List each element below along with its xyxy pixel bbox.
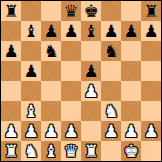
square-b1[interactable]: ♞ <box>21 141 41 161</box>
square-a2[interactable]: ♟ <box>1 121 21 141</box>
piece-black-rook[interactable]: ♜ <box>3 1 18 21</box>
square-a6[interactable]: ♟ <box>1 41 21 61</box>
piece-black-pawn[interactable]: ♟ <box>63 21 78 41</box>
square-a8[interactable]: ♜ <box>1 1 21 21</box>
square-b3[interactable]: ♝ <box>21 101 41 121</box>
piece-black-pawn[interactable]: ♟ <box>43 21 58 41</box>
piece-black-pawn[interactable]: ♟ <box>23 61 38 81</box>
piece-black-bishop[interactable]: ♝ <box>23 21 38 41</box>
square-h8[interactable]: ♜ <box>141 1 161 21</box>
piece-black-pawn[interactable]: ♟ <box>123 21 138 41</box>
square-b5[interactable]: ♟ <box>21 61 41 81</box>
square-d2[interactable]: ♟ <box>61 121 81 141</box>
square-d8[interactable]: ♛ <box>61 1 81 21</box>
square-f4[interactable] <box>101 81 121 101</box>
piece-black-queen[interactable]: ♛ <box>63 1 78 21</box>
piece-black-pawn[interactable]: ♟ <box>103 21 118 41</box>
square-d5[interactable] <box>61 61 81 81</box>
square-f5[interactable] <box>101 61 121 81</box>
square-e4[interactable]: ♟ <box>81 81 101 101</box>
square-g2[interactable]: ♟ <box>121 121 141 141</box>
square-e8[interactable]: ♚ <box>81 1 101 21</box>
square-f2[interactable]: ♟ <box>101 121 121 141</box>
square-c2[interactable]: ♟ <box>41 121 61 141</box>
piece-white-pawn[interactable]: ♟ <box>143 121 158 141</box>
piece-white-pawn[interactable]: ♟ <box>43 121 58 141</box>
piece-white-pawn[interactable]: ♟ <box>123 121 138 141</box>
square-e3[interactable] <box>81 101 101 121</box>
piece-white-pawn[interactable]: ♟ <box>3 121 18 141</box>
square-c4[interactable] <box>41 81 61 101</box>
square-c3[interactable] <box>41 101 61 121</box>
square-g1[interactable]: ♚ <box>121 141 141 161</box>
square-f8[interactable] <box>101 1 121 21</box>
piece-white-king[interactable]: ♚ <box>123 141 138 161</box>
square-f7[interactable]: ♟ <box>101 21 121 41</box>
piece-black-pawn[interactable]: ♟ <box>83 61 98 81</box>
square-g4[interactable] <box>121 81 141 101</box>
square-g8[interactable] <box>121 1 141 21</box>
square-a3[interactable] <box>1 101 21 121</box>
square-g5[interactable] <box>121 61 141 81</box>
square-e6[interactable] <box>81 41 101 61</box>
piece-white-knight[interactable]: ♞ <box>23 141 38 161</box>
piece-black-bishop[interactable]: ♝ <box>83 21 98 41</box>
piece-white-pawn[interactable]: ♟ <box>83 81 98 101</box>
square-e5[interactable]: ♟ <box>81 61 101 81</box>
piece-white-pawn[interactable]: ♟ <box>23 121 38 141</box>
square-h5[interactable] <box>141 61 161 81</box>
square-a5[interactable] <box>1 61 21 81</box>
square-g7[interactable]: ♟ <box>121 21 141 41</box>
piece-black-pawn[interactable]: ♟ <box>3 41 18 61</box>
square-c1[interactable]: ♝ <box>41 141 61 161</box>
square-c6[interactable]: ♞ <box>41 41 61 61</box>
chess-board: ♜♛♚♜♝♟♟♝♟♟♟♟♞♞♟♟♟♝♞♟♟♟♟♟♟♟♜♞♝♛♜♚ <box>0 0 162 162</box>
square-h6[interactable] <box>141 41 161 61</box>
square-c5[interactable] <box>41 61 61 81</box>
square-e2[interactable] <box>81 121 101 141</box>
piece-white-pawn[interactable]: ♟ <box>63 121 78 141</box>
square-d4[interactable] <box>61 81 81 101</box>
square-d3[interactable] <box>61 101 81 121</box>
square-d7[interactable]: ♟ <box>61 21 81 41</box>
piece-black-knight[interactable]: ♞ <box>103 41 118 61</box>
square-h4[interactable] <box>141 81 161 101</box>
square-h7[interactable]: ♟ <box>141 21 161 41</box>
piece-white-bishop[interactable]: ♝ <box>43 141 58 161</box>
square-h2[interactable]: ♟ <box>141 121 161 141</box>
square-g3[interactable] <box>121 101 141 121</box>
square-d6[interactable] <box>61 41 81 61</box>
square-a7[interactable] <box>1 21 21 41</box>
piece-white-rook[interactable]: ♜ <box>3 141 18 161</box>
square-e7[interactable]: ♝ <box>81 21 101 41</box>
square-h1[interactable] <box>141 141 161 161</box>
square-h3[interactable] <box>141 101 161 121</box>
square-c8[interactable] <box>41 1 61 21</box>
piece-black-pawn[interactable]: ♟ <box>143 21 158 41</box>
square-f1[interactable] <box>101 141 121 161</box>
piece-white-rook[interactable]: ♜ <box>83 141 98 161</box>
square-f3[interactable]: ♞ <box>101 101 121 121</box>
piece-white-pawn[interactable]: ♟ <box>103 121 118 141</box>
square-b6[interactable] <box>21 41 41 61</box>
piece-white-queen[interactable]: ♛ <box>63 141 78 161</box>
square-b8[interactable] <box>21 1 41 21</box>
square-g6[interactable] <box>121 41 141 61</box>
square-a4[interactable] <box>1 81 21 101</box>
square-b4[interactable] <box>21 81 41 101</box>
square-e1[interactable]: ♜ <box>81 141 101 161</box>
square-b7[interactable]: ♝ <box>21 21 41 41</box>
square-f6[interactable]: ♞ <box>101 41 121 61</box>
piece-black-knight[interactable]: ♞ <box>43 41 58 61</box>
square-d1[interactable]: ♛ <box>61 141 81 161</box>
piece-white-knight[interactable]: ♞ <box>103 101 118 121</box>
square-c7[interactable]: ♟ <box>41 21 61 41</box>
square-a1[interactable]: ♜ <box>1 141 21 161</box>
piece-black-king[interactable]: ♚ <box>83 1 98 21</box>
piece-black-rook[interactable]: ♜ <box>143 1 158 21</box>
square-b2[interactable]: ♟ <box>21 121 41 141</box>
piece-white-bishop[interactable]: ♝ <box>23 101 38 121</box>
